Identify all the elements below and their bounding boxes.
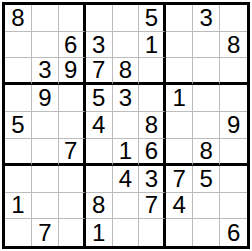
cell-r1c6[interactable]: 5 — [139, 5, 166, 32]
cell-r4c7[interactable]: 1 — [166, 85, 193, 112]
given-digit: 9 — [227, 113, 240, 137]
cell-r9c9[interactable]: 6 — [220, 219, 247, 246]
given-digit: 1 — [92, 221, 105, 245]
cell-r5c4[interactable]: 4 — [86, 112, 113, 139]
cell-r6c7[interactable] — [166, 139, 193, 166]
cell-r2c4[interactable]: 3 — [86, 32, 113, 59]
given-digit: 5 — [92, 86, 105, 110]
cell-r3c9[interactable] — [220, 58, 247, 85]
cell-r7c7[interactable]: 7 — [166, 166, 193, 193]
given-digit: 8 — [227, 33, 240, 57]
cell-r7c8[interactable]: 5 — [193, 166, 220, 193]
cell-r6c9[interactable] — [220, 139, 247, 166]
cell-r5c8[interactable] — [193, 112, 220, 139]
given-digit: 3 — [119, 86, 132, 110]
cell-r9c3[interactable] — [59, 219, 86, 246]
cell-r6c1[interactable] — [5, 139, 32, 166]
given-digit: 6 — [64, 33, 77, 57]
cell-r5c9[interactable]: 9 — [220, 112, 247, 139]
cell-r8c6[interactable]: 7 — [139, 193, 166, 220]
cell-r4c6[interactable] — [139, 85, 166, 112]
cell-r1c3[interactable] — [59, 5, 86, 32]
cell-r2c9[interactable]: 8 — [220, 32, 247, 59]
given-digit: 4 — [92, 113, 105, 137]
cell-r9c1[interactable] — [5, 219, 32, 246]
given-digit: 9 — [38, 86, 51, 110]
cell-r1c5[interactable] — [113, 5, 140, 32]
cell-r3c2[interactable]: 3 — [32, 58, 59, 85]
cell-r1c7[interactable] — [166, 5, 193, 32]
cell-r3c6[interactable] — [139, 58, 166, 85]
cell-r4c8[interactable] — [193, 85, 220, 112]
cell-r4c1[interactable] — [5, 85, 32, 112]
cell-r7c9[interactable] — [220, 166, 247, 193]
cell-r8c1[interactable]: 1 — [5, 193, 32, 220]
given-digit: 3 — [145, 167, 158, 191]
cell-r6c6[interactable]: 6 — [139, 139, 166, 166]
cell-r2c8[interactable] — [193, 32, 220, 59]
given-digit: 3 — [199, 6, 212, 30]
cell-r9c6[interactable] — [139, 219, 166, 246]
cell-r9c8[interactable] — [193, 219, 220, 246]
cell-r5c5[interactable] — [113, 112, 140, 139]
given-digit: 8 — [199, 139, 212, 163]
given-digit: 9 — [64, 58, 77, 82]
cell-r8c4[interactable]: 8 — [86, 193, 113, 220]
cell-r8c2[interactable] — [32, 193, 59, 220]
given-digit: 1 — [145, 33, 158, 57]
given-digit: 7 — [145, 193, 158, 217]
cell-r4c5[interactable]: 3 — [113, 85, 140, 112]
cell-r8c8[interactable] — [193, 193, 220, 220]
cell-r6c8[interactable]: 8 — [193, 139, 220, 166]
cell-r7c1[interactable] — [5, 166, 32, 193]
given-digit: 5 — [199, 167, 212, 191]
cell-r8c7[interactable]: 4 — [166, 193, 193, 220]
given-digit: 3 — [38, 58, 51, 82]
cell-r3c3[interactable]: 9 — [59, 58, 86, 85]
given-digit: 4 — [119, 167, 132, 191]
cell-r7c6[interactable]: 3 — [139, 166, 166, 193]
cell-r2c1[interactable] — [5, 32, 32, 59]
cell-r2c3[interactable]: 6 — [59, 32, 86, 59]
cell-r6c2[interactable] — [32, 139, 59, 166]
given-digit: 6 — [227, 221, 240, 245]
given-digit: 8 — [92, 193, 105, 217]
cell-r3c5[interactable]: 8 — [113, 58, 140, 85]
cell-r9c4[interactable]: 1 — [86, 219, 113, 246]
cell-r5c2[interactable] — [32, 112, 59, 139]
given-digit: 1 — [11, 193, 24, 217]
cell-r1c1[interactable]: 8 — [5, 5, 32, 32]
given-digit: 5 — [145, 6, 158, 30]
cell-r1c9[interactable] — [220, 5, 247, 32]
cell-r1c2[interactable] — [32, 5, 59, 32]
cell-r7c3[interactable] — [59, 166, 86, 193]
given-digit: 7 — [92, 58, 105, 82]
cell-r1c8[interactable]: 3 — [193, 5, 220, 32]
cell-r7c5[interactable]: 4 — [113, 166, 140, 193]
given-digit: 5 — [11, 113, 24, 137]
cell-r8c3[interactable] — [59, 193, 86, 220]
cell-r9c5[interactable] — [113, 219, 140, 246]
cell-r7c2[interactable] — [32, 166, 59, 193]
given-digit: 6 — [145, 139, 158, 163]
given-digit: 8 — [119, 58, 132, 82]
cell-r3c7[interactable] — [166, 58, 193, 85]
sudoku-board-wrap: 8536318397895315489716843751874716 — [0, 0, 252, 251]
cell-r9c2[interactable]: 7 — [32, 219, 59, 246]
given-digit: 1 — [173, 86, 186, 110]
given-digit: 8 — [145, 113, 158, 137]
cell-r5c6[interactable]: 8 — [139, 112, 166, 139]
cell-r5c7[interactable] — [166, 112, 193, 139]
given-digit: 3 — [92, 33, 105, 57]
cell-r2c2[interactable] — [32, 32, 59, 59]
cell-r3c1[interactable] — [5, 58, 32, 85]
given-digit: 4 — [173, 193, 186, 217]
cell-r8c5[interactable] — [113, 193, 140, 220]
cell-r5c3[interactable] — [59, 112, 86, 139]
cell-r4c2[interactable]: 9 — [32, 85, 59, 112]
cell-r6c5[interactable]: 1 — [113, 139, 140, 166]
cell-r1c4[interactable] — [86, 5, 113, 32]
given-digit: 7 — [38, 221, 51, 245]
cell-r3c4[interactable]: 7 — [86, 58, 113, 85]
given-digit: 7 — [64, 139, 77, 163]
cell-r3c8[interactable] — [193, 58, 220, 85]
cell-r9c7[interactable] — [166, 219, 193, 246]
cell-r6c3[interactable]: 7 — [59, 139, 86, 166]
cell-r2c6[interactable]: 1 — [139, 32, 166, 59]
cell-r5c1[interactable]: 5 — [5, 112, 32, 139]
cell-r7c4[interactable] — [86, 166, 113, 193]
cell-r2c7[interactable] — [166, 32, 193, 59]
cell-r4c4[interactable]: 5 — [86, 85, 113, 112]
cell-r4c9[interactable] — [220, 85, 247, 112]
cell-r4c3[interactable] — [59, 85, 86, 112]
sudoku-board: 8536318397895315489716843751874716 — [2, 2, 250, 249]
given-digit: 1 — [119, 139, 132, 163]
cell-r8c9[interactable] — [220, 193, 247, 220]
given-digit: 8 — [11, 6, 24, 30]
given-digit: 7 — [173, 167, 186, 191]
cell-r2c5[interactable] — [113, 32, 140, 59]
cell-r6c4[interactable] — [86, 139, 113, 166]
